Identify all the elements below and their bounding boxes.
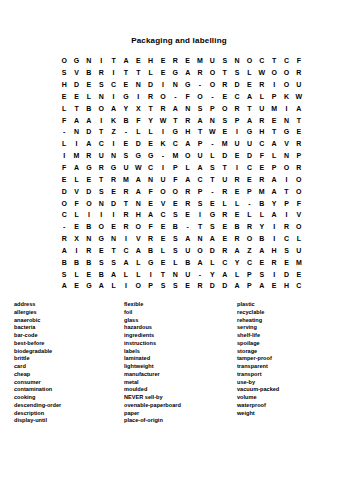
grid-cell: G [86,164,91,171]
word-list-item: foil [124,309,181,317]
grid-cell: H [272,247,277,254]
word-list-item: place-of-origin [124,417,181,425]
grid-cell: L [136,259,140,266]
grid-cell: N [284,152,289,159]
grid-cell: F [136,117,140,124]
grid-cell: - [211,93,213,100]
grid-cell: O [61,200,66,207]
grid-cell: F [260,152,264,159]
word-list-item: vacuum-packed [237,386,279,394]
grid-cell: E [74,282,79,289]
grid-cell: N [284,117,289,124]
grid-cell: E [235,211,240,218]
grid-cell: R [222,188,227,195]
grid-cell: C [259,140,264,147]
grid-cell: - [63,128,65,135]
grid-cell: G [185,81,190,88]
grid-cell: O [210,81,215,88]
grid-cell: U [296,247,301,254]
grid-cell: Y [235,259,240,266]
grid-cell: R [222,247,227,254]
grid-cell: S [173,235,178,242]
grid-cell: T [124,69,128,76]
grid-cell: G [173,69,178,76]
grid-cell: - [125,128,127,135]
grid-cell: F [173,176,177,183]
word-list-item: best-before [14,340,61,348]
grid-cell: I [162,164,164,171]
grid-cell: G [173,128,178,135]
grid-cell: D [210,247,215,254]
word-list-item: brittle [14,355,61,363]
grid-cell: T [99,176,103,183]
grid-cell: G [123,93,128,100]
grid-cell: E [210,200,215,207]
grid-cell: F [186,93,190,100]
grid-cell: I [273,223,275,230]
grid-cell: E [173,200,178,207]
grid-cell: O [210,69,215,76]
grid-cell: C [284,57,289,64]
grid-cell: S [173,247,178,254]
grid-cell: P [198,140,203,147]
grid-cell: I [113,140,115,147]
grid-cell: E [62,93,67,100]
grid-cell: S [99,188,104,195]
grid-cell: B [185,259,190,266]
grid-cell: L [74,211,78,218]
grid-cell: Z [111,128,115,135]
grid-cell: N [197,235,202,242]
grid-cell: R [185,200,190,207]
grid-cell: A [86,140,91,147]
grid-cell: B [86,223,91,230]
grid-cell: O [61,57,66,64]
grid-cell: O [86,200,91,207]
grid-cell: Y [210,271,215,278]
grid-cell: V [161,200,166,207]
grid-cell: C [62,211,67,218]
grid-cell: U [210,57,215,64]
grid-cell: T [161,271,165,278]
grid-cell: N [136,81,141,88]
grid-cell: - [211,188,213,195]
grid-cell: E [111,223,116,230]
grid-cell: A [185,176,190,183]
grid-cell: L [235,271,239,278]
grid-cell: L [186,164,190,171]
grid-cell: E [87,81,92,88]
grid-cell: H [259,128,264,135]
grid-cell: R [235,176,240,183]
word-list-item: allergies [14,309,61,317]
grid-cell: S [62,271,67,278]
word-list-item: cooking [14,394,61,402]
word-list-item: paper [124,410,181,418]
grid-cell: U [185,247,190,254]
grid-cell: I [273,235,275,242]
grid-cell: T [111,57,115,64]
word-list-item: shelf-life [237,332,279,340]
grid-cell: Y [124,105,129,112]
word-list-item: serving [237,324,279,332]
word-list-item: volume [237,394,279,402]
grid-cell: - [199,81,201,88]
grid-cell: N [111,152,116,159]
grid-cell: G [136,152,141,159]
grid-cell: E [74,93,79,100]
grid-cell: T [74,105,78,112]
grid-cell: A [272,140,277,147]
grid-cell: B [86,105,91,112]
grid-cell: W [209,128,216,135]
grid-cell: E [247,81,252,88]
grid-cell: E [161,235,166,242]
grid-cell: F [62,164,66,171]
grid-cell: S [173,282,178,289]
grid-cell: D [86,188,91,195]
grid-cell: A [272,176,277,183]
grid-cell: C [160,211,165,218]
grid-cell: R [296,140,301,147]
word-search-grid: OGNITAEHEREMUSNOCTCFSVBRITTLEGAROTSLWOOR… [58,55,305,292]
grid-cell: U [160,176,165,183]
grid-cell: C [235,93,240,100]
word-list-item: transport [237,371,279,379]
grid-cell: A [123,57,128,64]
grid-cell: E [272,117,277,124]
grid-cell: R [99,69,104,76]
grid-cell: E [161,223,166,230]
grid-cell: I [285,176,287,183]
word-list-item: use-by [237,379,279,387]
grid-cell: U [235,140,240,147]
grid-cell: M [172,152,178,159]
grid-cell: D [74,81,79,88]
grid-cell: I [113,93,115,100]
grid-cell: A [173,105,178,112]
grid-cell: R [235,235,240,242]
grid-cell: R [185,188,190,195]
grid-cell: U [123,164,128,171]
grid-cell: I [88,211,90,218]
grid-cell: G [148,152,153,159]
grid-cell: Y [272,200,277,207]
grid-cell: A [210,235,215,242]
word-list-item: moulded [124,386,181,394]
grid-cell: F [148,188,152,195]
grid-cell: I [113,69,115,76]
grid-cell: E [161,69,166,76]
grid-cell: R [86,247,91,254]
grid-cell: A [296,105,301,112]
word-list-item: hazardous [124,324,181,332]
grid-cell: H [136,211,141,218]
grid-cell: L [136,271,140,278]
grid-cell: R [99,164,104,171]
grid-cell: R [296,164,301,171]
grid-cell: O [271,69,276,76]
grid-cell: M [296,259,302,266]
grid-cell: B [259,235,264,242]
grid-cell: S [173,211,178,218]
grid-cell: B [259,200,264,207]
grid-cell: - [248,200,250,207]
grid-cell: Z [247,247,251,254]
grid-cell: W [296,93,303,100]
grid-cell: - [162,152,164,159]
word-column-1: addressallergiesanaerobicbacteriabar-cod… [14,301,61,425]
grid-cell: R [148,235,153,242]
grid-cell: E [259,259,264,266]
grid-cell: W [258,69,265,76]
grid-cell: O [247,57,252,64]
grid-cell: M [74,152,80,159]
grid-cell: U [197,152,202,159]
grid-cell: O [284,164,289,171]
grid-cell: H [185,128,190,135]
grid-cell: P [272,93,277,100]
grid-cell: C [148,164,153,171]
grid-cell: Y [259,223,264,230]
grid-cell: L [87,93,91,100]
word-list-item: display-until [14,417,61,425]
grid-cell: L [62,140,66,147]
grid-cell: - [174,93,176,100]
grid-cell: W [160,117,167,124]
grid-cell: V [74,69,79,76]
grid-cell: L [223,200,227,207]
grid-cell: E [161,57,166,64]
grid-cell: R [148,93,153,100]
grid-cell: F [148,223,152,230]
word-list-item: waterproof [237,402,279,410]
grid-cell: T [111,247,115,254]
grid-cell: E [284,259,289,266]
grid-cell: A [272,188,277,195]
grid-cell: S [62,69,67,76]
grid-cell: R [259,117,264,124]
word-list-item: tamper-proof [237,355,279,363]
grid-cell: P [210,105,215,112]
grid-cell: T [173,117,177,124]
grid-cell: E [222,93,227,100]
grid-cell: S [222,117,227,124]
grid-cell: S [235,69,240,76]
grid-cell: A [259,247,264,254]
grid-cell: T [272,57,276,64]
grid-cell: I [273,271,275,278]
grid-cell: C [284,235,289,242]
grid-cell: E [222,223,227,230]
grid-cell: E [296,128,301,135]
grid-cell: L [210,152,214,159]
grid-cell: S [222,57,227,64]
grid-cell: E [136,57,141,64]
grid-cell: B [123,117,128,124]
grid-cell: M [259,188,265,195]
grid-cell: U [99,152,104,159]
grid-cell: I [100,57,102,64]
grid-cell: P [247,271,252,278]
grid-cell: G [74,57,79,64]
grid-cell: O [284,81,289,88]
grid-cell: - [211,140,213,147]
grid-cell: P [284,200,289,207]
grid-cell: I [125,235,127,242]
grid-cell: D [247,152,252,159]
grid-cell: R [235,105,240,112]
grid-cell: E [124,81,129,88]
grid-cell: B [74,259,79,266]
grid-cell: A [123,259,128,266]
grid-cell: O [296,176,301,183]
grid-cell: A [136,188,141,195]
word-list-item: bar-code [14,332,61,340]
puzzle-title: Packaging and labelling [54,36,304,45]
grid-cell: I [150,271,152,278]
grid-cell: V [136,235,141,242]
grid-cell: R [185,117,190,124]
grid-cell: O [173,188,178,195]
grid-cell: R [86,152,91,159]
grid-cell: O [160,188,165,195]
grid-cell: E [124,140,129,147]
grid-cell: F [297,57,301,64]
word-list-item: flexible [124,301,181,309]
grid-cell: O [98,223,103,230]
grid-cell: I [125,282,127,289]
grid-cell: L [148,69,152,76]
grid-cell: T [247,105,251,112]
grid-cell: N [111,235,116,242]
grid-cell: M [123,176,129,183]
grid-cell: S [284,247,289,254]
grid-cell: L [111,282,115,289]
grid-cell: E [148,140,153,147]
grid-cell: E [161,259,166,266]
grid-cell: N [99,200,104,207]
grid-cell: R [247,223,252,230]
grid-cell: X [136,105,141,112]
grid-cell: R [173,57,178,64]
grid-cell: L [62,105,66,112]
grid-cell: T [99,128,103,135]
grid-cell: E [222,128,227,135]
grid-cell: R [197,282,202,289]
grid-cell: G [86,282,91,289]
grid-cell: U [222,176,227,183]
grid-cell: P [173,164,178,171]
grid-cell: A [62,282,67,289]
grid-cell: T [210,176,214,183]
grid-cell: U [296,81,301,88]
grid-cell: N [148,176,153,183]
grid-cell: L [173,259,177,266]
grid-cell: E [185,57,190,64]
grid-cell: B [99,271,104,278]
grid-cell: D [62,188,67,195]
grid-cell: N [86,57,91,64]
grid-cell: P [272,164,277,171]
grid-cell: O [247,235,252,242]
grid-cell: R [272,259,277,266]
grid-cell: R [111,176,116,183]
grid-cell: B [235,223,240,230]
grid-cell: P [198,188,203,195]
grid-cell: L [260,211,264,218]
grid-cell: K [111,117,116,124]
word-list-item: glass [124,317,181,325]
grid-cell: A [197,117,202,124]
grid-cell: A [197,259,202,266]
grid-cell: D [111,200,116,207]
grid-cell: S [210,223,215,230]
word-list-item: NEVER sell-by [124,394,181,402]
grid-cell: E [235,188,240,195]
grid-cell: T [297,117,301,124]
grid-cell: A [62,247,67,254]
grid-cell: L [297,235,301,242]
grid-cell: B [86,69,91,76]
grid-cell: C [296,282,301,289]
word-list-item: contamination [14,386,61,394]
grid-cell: H [148,57,153,64]
puzzle-page: Packaging and labelling OGNITAEHEREMUSNO… [0,0,354,500]
grid-cell: - [187,223,189,230]
word-list-item: card [14,363,61,371]
grid-cell: N [136,200,141,207]
word-list-item: descending-order [14,402,61,410]
grid-cell: A [185,69,190,76]
grid-cell: I [162,128,164,135]
grid-cell: R [259,176,264,183]
grid-cell: H [62,81,67,88]
grid-cell: L [210,259,214,266]
grid-cell: F [297,200,301,207]
grid-cell: R [222,211,227,218]
grid-cell: I [76,247,78,254]
word-list-item: consumer [14,379,61,387]
word-list-item: biodegradable [14,348,61,356]
grid-cell: L [235,200,239,207]
grid-cell: R [62,235,67,242]
grid-cell: A [235,247,240,254]
grid-cell: N [173,271,178,278]
grid-cell: L [272,152,276,159]
grid-cell: M [197,57,203,64]
grid-cell: Y [148,117,153,124]
grid-cell: C [99,140,104,147]
grid-cell: - [63,223,65,230]
grid-cell: E [185,211,190,218]
grid-cell: A [197,164,202,171]
grid-cell: A [99,282,104,289]
grid-cell: S [99,81,104,88]
grid-cell: A [185,235,190,242]
grid-cell: A [259,282,264,289]
grid-cell: I [236,128,238,135]
grid-cell: O [136,282,141,289]
word-list-item: spoilage [237,340,279,348]
grid-cell: E [247,176,252,183]
grid-cell: S [259,271,264,278]
grid-cell: E [259,164,264,171]
grid-cell: R [123,223,128,230]
grid-cell: A [247,117,252,124]
grid-cell: T [124,200,128,207]
grid-cell: E [296,271,301,278]
